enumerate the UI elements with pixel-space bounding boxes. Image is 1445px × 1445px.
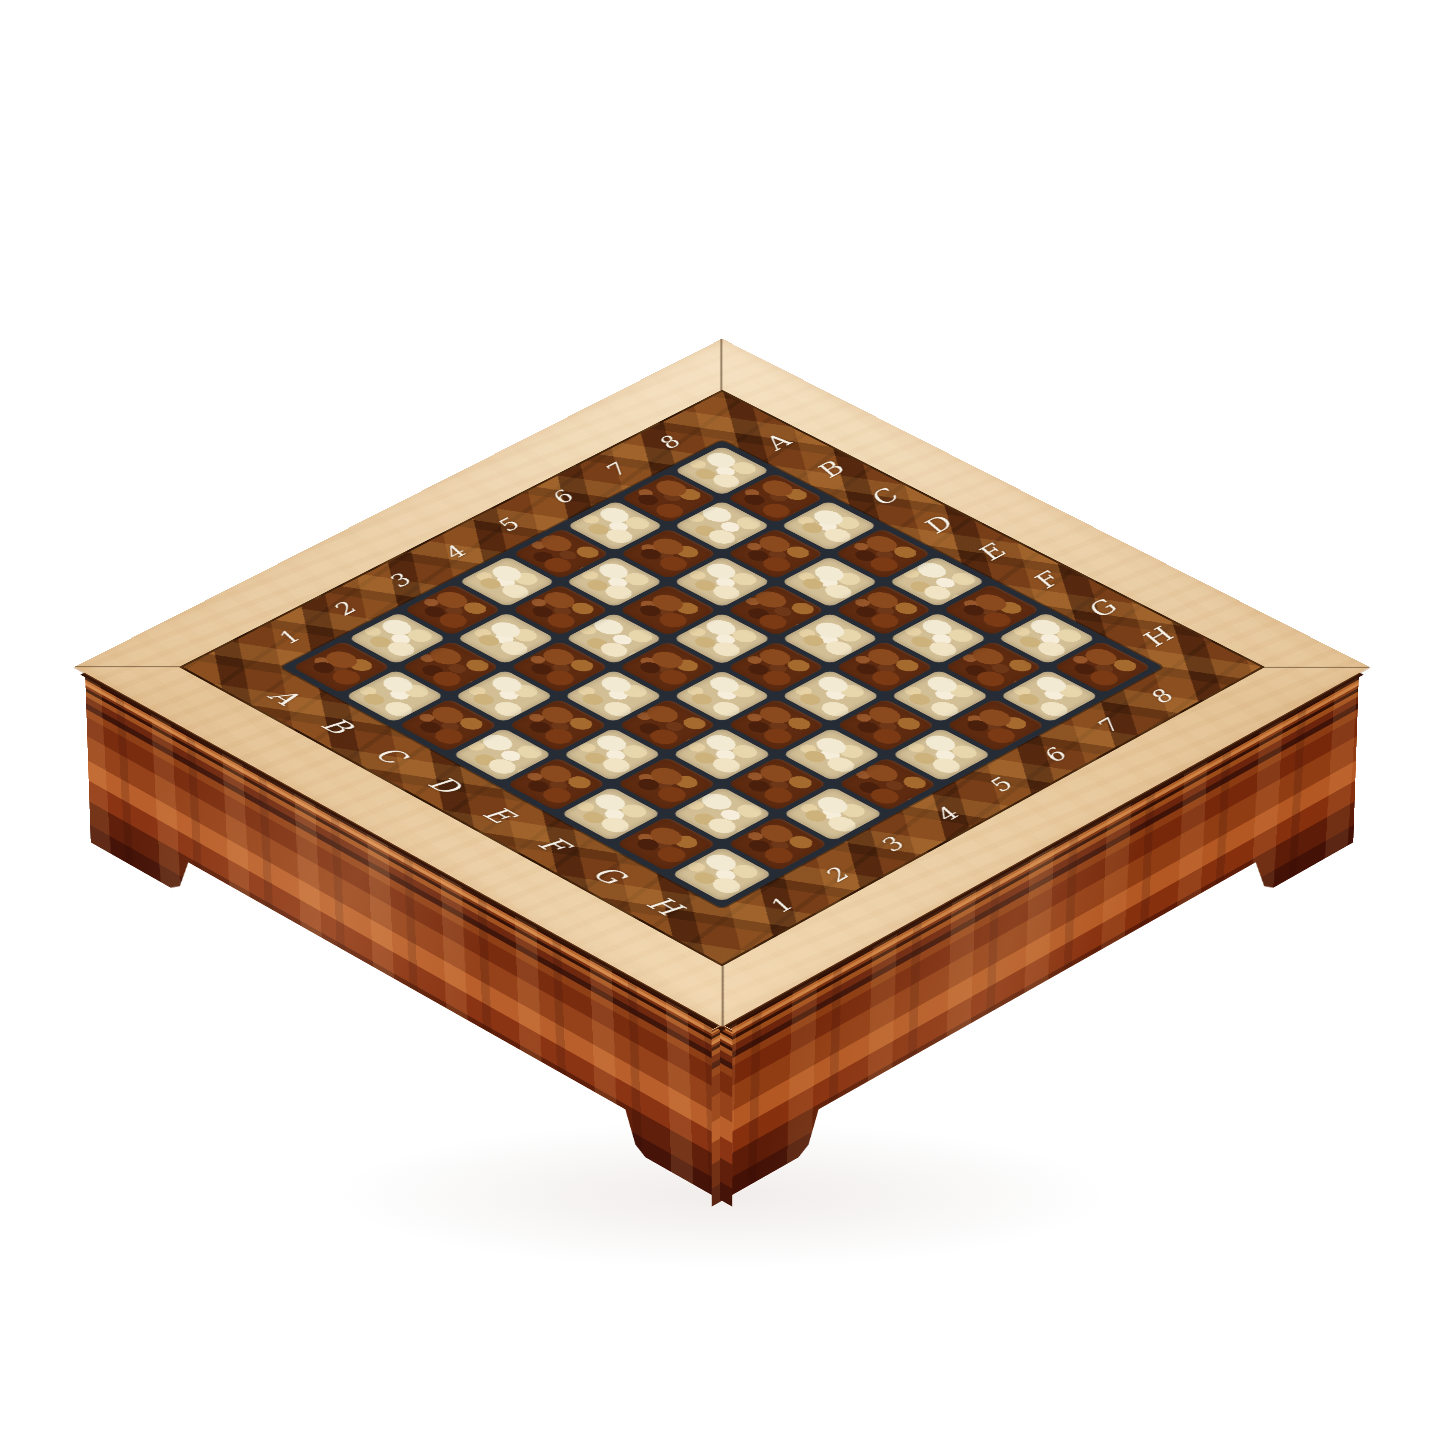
coord-file-bottom-B: B — [314, 714, 361, 739]
square-f1 — [561, 787, 662, 841]
coord-file-bottom-F: F — [530, 832, 576, 857]
grid-grout — [281, 440, 1163, 908]
square-e4 — [672, 670, 771, 723]
product-photo: 88AA77BB66CC55DD44EE33FF22GG11HH — [0, 0, 1445, 1445]
board-grid — [292, 446, 1152, 902]
maple-miter-seam — [720, 339, 722, 390]
square-d1 — [452, 728, 552, 782]
coord-file-bottom-A: A — [261, 685, 307, 709]
square-f5 — [782, 670, 881, 723]
coord-rank-right-2: 2 — [816, 864, 855, 885]
coord-rank-right-5: 5 — [980, 774, 1019, 795]
square-f2 — [617, 757, 717, 811]
square-h2 — [727, 817, 828, 872]
square-e2 — [562, 728, 662, 782]
square-h3 — [782, 787, 883, 841]
coord-file-bottom-E: E — [475, 802, 522, 827]
square-g1 — [616, 817, 717, 872]
board-top: 88AA77BB66CC55DD44EE33FF22GG11HH — [74, 339, 1369, 1027]
square-h7 — [1000, 670, 1099, 723]
chess-board: 88AA77BB66CC55DD44EE33FF22GG11HH — [74, 339, 1369, 1027]
coord-rank-right-8: 8 — [1141, 687, 1180, 707]
square-e3 — [617, 699, 717, 752]
square-g2 — [672, 787, 773, 841]
coord-file-bottom-D: D — [420, 772, 468, 798]
coord-rank-right-6: 6 — [1034, 745, 1073, 766]
square-d3 — [563, 670, 662, 723]
coord-rank-right-7: 7 — [1088, 716, 1127, 737]
maple-miter-seam — [1264, 667, 1369, 668]
coord-rank-right-4: 4 — [926, 804, 965, 825]
square-h5 — [892, 728, 992, 782]
square-c2 — [454, 670, 553, 723]
square-g4 — [782, 728, 882, 782]
square-g6 — [891, 670, 990, 723]
maple-miter-seam — [722, 966, 724, 1027]
square-b1 — [345, 670, 444, 723]
square-h1 — [671, 847, 773, 902]
coord-rank-right-3: 3 — [871, 834, 910, 855]
coord-rank-right-1: 1 — [760, 895, 800, 917]
square-c1 — [398, 699, 498, 752]
coord-file-bottom-G: G — [584, 862, 633, 889]
square-g3 — [727, 757, 827, 811]
coord-file-bottom-H: H — [639, 892, 690, 920]
square-h4 — [837, 757, 937, 811]
square-f4 — [727, 699, 827, 752]
square-d2 — [508, 699, 608, 752]
square-g5 — [837, 699, 937, 752]
square-e1 — [506, 757, 606, 811]
maple-miter-seam — [75, 666, 180, 667]
coord-file-bottom-C: C — [367, 743, 414, 768]
scene: 88AA77BB66CC55DD44EE33FF22GG11HH — [0, 0, 1445, 1445]
square-f3 — [672, 728, 772, 782]
square-h6 — [946, 699, 1046, 752]
